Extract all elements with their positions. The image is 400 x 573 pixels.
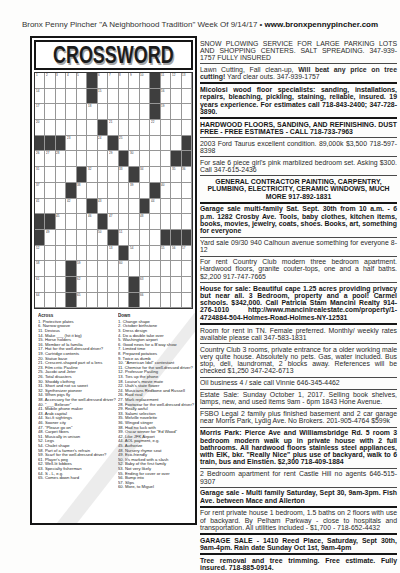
grid-cell[interactable] (129, 120, 139, 136)
grid-cell[interactable] (150, 261, 160, 277)
grid-cell[interactable]: 27 (45, 151, 55, 167)
grid-cell[interactable] (87, 246, 97, 262)
ad-text: Lawn Cutting, Fall clean-up, (200, 66, 298, 73)
grid-cell[interactable] (182, 183, 192, 199)
black-cell (161, 230, 171, 246)
cell-number: 52 (36, 246, 39, 249)
grid-cell[interactable] (66, 214, 76, 230)
crossword-grid: 1234567891011121314151617181920212223242… (34, 72, 193, 309)
classified-ad: For rent private house 1 bedroom, 1.5 ba… (200, 508, 397, 535)
grid-cell[interactable] (150, 151, 160, 167)
grid-cell[interactable] (140, 183, 150, 199)
grid-cell[interactable] (161, 120, 171, 136)
classified-ad: GENERAL CONTRACTOR PAINTING, CARPENTRY, … (200, 176, 397, 203)
grid-cell[interactable] (171, 214, 181, 230)
grid-cell[interactable] (108, 104, 118, 120)
grid-cell[interactable] (150, 293, 160, 309)
ad-text: Tree removal and tree trimming. Free est… (200, 557, 397, 571)
black-cell (56, 136, 66, 152)
header-title: Bronx Penny Pincher "A Neighborhood Trad… (22, 20, 257, 29)
cell-number: 18 (88, 104, 91, 107)
cell-number: 53 (109, 246, 112, 249)
grid-cell[interactable] (108, 293, 118, 309)
grid-cell[interactable] (56, 293, 66, 309)
grid-cell[interactable]: 66 (140, 293, 150, 309)
grid-cell[interactable] (45, 104, 55, 120)
grid-cell[interactable] (140, 246, 150, 262)
grid-cell[interactable] (87, 293, 97, 309)
grid-cell[interactable]: 11 (161, 73, 171, 89)
grid-cell[interactable] (77, 214, 87, 230)
grid-cell[interactable]: 57 (182, 246, 192, 262)
ad-text: Yard clear outs. 347-939-1757 (225, 73, 319, 80)
grid-cell[interactable] (150, 246, 160, 262)
cell-number: 36 (182, 167, 185, 170)
grid-cell[interactable] (98, 261, 108, 277)
grid-cell[interactable]: 58 (35, 261, 45, 277)
grid-cell[interactable]: 45 (56, 214, 66, 230)
classified-ad: Morris Park: Pierce Ave and Williamsbrid… (200, 428, 397, 469)
grid-cell[interactable] (140, 120, 150, 136)
grid-cell[interactable] (129, 214, 139, 230)
cell-number: 50 (98, 230, 101, 233)
cell-number: 51 (119, 230, 122, 233)
black-cell (171, 230, 181, 246)
grid-cell[interactable]: 32 (87, 167, 97, 183)
cell-number: 59 (77, 261, 80, 264)
grid-cell[interactable]: 65 (77, 293, 87, 309)
grid-cell[interactable]: 13 (182, 73, 192, 89)
grid-cell[interactable] (119, 199, 129, 215)
grid-cell[interactable]: 18 (87, 104, 97, 120)
classified-ad: For sale 6 piece girl's pink marblized b… (200, 157, 397, 176)
cell-number: 58 (36, 261, 39, 264)
grid-cell[interactable]: 15 (98, 89, 108, 105)
cell-number: 42 (67, 199, 70, 202)
grid-cell[interactable]: 40 (161, 183, 171, 199)
grid-cell[interactable] (119, 183, 129, 199)
classified-ad: SNOW PLOWING SERVICE FOR LARGE PARKING L… (200, 38, 397, 64)
grid-cell[interactable]: 51 (119, 230, 129, 246)
grid-cell[interactable] (182, 261, 192, 277)
ad-text: Garage sale multi-family Sat. Sept. 30th… (200, 205, 397, 234)
grid-cell[interactable] (161, 136, 171, 152)
grid-cell[interactable]: 17 (35, 104, 45, 120)
grid-cell[interactable] (45, 261, 55, 277)
grid-cell[interactable] (66, 167, 76, 183)
grid-cell[interactable] (129, 230, 139, 246)
classified-ad: Garage sale multi-family Sat. Sept. 30th… (200, 204, 397, 238)
grid-cell[interactable] (66, 104, 76, 120)
cell-number: 1 (36, 73, 38, 76)
grid-cell[interactable]: 61 (35, 277, 45, 293)
cell-number: 20 (36, 120, 39, 123)
grid-cell[interactable] (108, 89, 118, 105)
grid-cell[interactable]: 46 (87, 214, 97, 230)
grid-cell[interactable] (119, 89, 129, 105)
grid-cell[interactable] (45, 293, 55, 309)
grid-cell[interactable] (140, 230, 150, 246)
grid-cell[interactable] (66, 151, 76, 167)
cell-number: 64 (36, 293, 39, 296)
grid-cell[interactable]: 50 (98, 230, 108, 246)
grid-cell[interactable] (98, 151, 108, 167)
cell-number: 62 (77, 277, 80, 280)
black-cell (108, 230, 118, 246)
grid-cell[interactable] (45, 120, 55, 136)
grid-cell[interactable] (45, 199, 55, 215)
cell-number: 15 (98, 89, 101, 92)
grid-cell[interactable] (182, 104, 192, 120)
grid-cell[interactable] (98, 167, 108, 183)
grid-cell[interactable] (150, 277, 160, 293)
ad-text: GENERAL CONTRACTOR PAINTING, CARPENTRY, … (207, 178, 389, 200)
grid-cell[interactable]: 19 (161, 104, 171, 120)
classified-ad: Estate Sale: Sunday October 1, 2017. Sel… (200, 390, 397, 409)
cell-number: 19 (161, 104, 164, 107)
grid-cell[interactable] (98, 277, 108, 293)
cell-number: 17 (36, 104, 39, 107)
black-cell (98, 120, 108, 136)
grid-cell[interactable]: 43 (98, 199, 108, 215)
grid-cell[interactable] (150, 136, 160, 152)
grid-cell[interactable]: 26 (35, 151, 45, 167)
grid-cell[interactable] (108, 199, 118, 215)
grid-cell[interactable] (87, 120, 97, 136)
grid-cell[interactable]: 20 (35, 120, 45, 136)
cell-number: 65 (77, 293, 80, 296)
grid-cell[interactable]: 10 (140, 73, 150, 89)
grid-cell[interactable] (56, 167, 66, 183)
grid-cell[interactable] (182, 293, 192, 309)
classified-ads-column: SNOW PLOWING SERVICE FOR LARGE PARKING L… (200, 38, 397, 573)
grid-cell[interactable] (171, 89, 181, 105)
grid-cell[interactable] (77, 89, 87, 105)
grid-cell[interactable]: 63 (140, 277, 150, 293)
grid-cell[interactable]: 25 (119, 136, 129, 152)
grid-cell[interactable] (140, 104, 150, 120)
grid-cell[interactable] (150, 167, 160, 183)
cell-number: 63 (140, 277, 143, 280)
cell-number: 38 (77, 183, 80, 186)
cell-number: 14 (36, 89, 39, 92)
grid-cell[interactable]: 59 (77, 261, 87, 277)
grid-cell[interactable] (161, 277, 171, 293)
grid-cell[interactable]: 39 (129, 183, 139, 199)
grid-cell[interactable]: 47 (108, 214, 118, 230)
grid-cell[interactable] (171, 199, 181, 215)
classified-ad: Yard sale 09/30 940 Calhoun avenue somet… (200, 238, 397, 257)
across-clue-column: Across 1. Protective plates6. Narrow gro… (38, 313, 117, 480)
grid-cell[interactable] (45, 277, 55, 293)
grid-cell[interactable] (119, 214, 129, 230)
grid-cell[interactable] (171, 277, 181, 293)
grid-cell[interactable]: 5 (77, 73, 87, 89)
black-cell (87, 73, 97, 89)
cell-number: 12 (172, 73, 175, 76)
grid-cell[interactable] (66, 230, 76, 246)
classified-ad: 2 Bedroom apartment for rent Castle Hill… (200, 469, 397, 488)
grid-cell[interactable] (171, 261, 181, 277)
black-cell (140, 199, 150, 215)
black-cell (35, 136, 45, 152)
grid-cell[interactable]: 14 (35, 89, 45, 105)
grid-cell[interactable] (129, 199, 139, 215)
grid-cell[interactable]: 34 (140, 167, 150, 183)
grid-cell[interactable]: 22 (150, 120, 160, 136)
grid-cell[interactable] (45, 183, 55, 199)
grid-cell[interactable] (119, 293, 129, 309)
cell-number: 31 (36, 167, 39, 170)
grid-cell[interactable] (150, 214, 160, 230)
grid-cell[interactable] (98, 183, 108, 199)
grid-cell[interactable]: 37 (35, 183, 45, 199)
grid-cell[interactable]: 44 (150, 199, 160, 215)
grid-cell[interactable] (87, 136, 97, 152)
grid-cell[interactable] (98, 293, 108, 309)
grid-cell[interactable] (77, 246, 87, 262)
cell-number: 45 (56, 214, 59, 217)
grid-cell[interactable] (66, 89, 76, 105)
grid-cell[interactable]: 53 (108, 246, 118, 262)
grid-cell[interactable] (129, 104, 139, 120)
cell-number: 22 (151, 120, 154, 123)
cell-number: 30 (130, 151, 133, 154)
ad-text: Country Club 3 rooms, private entrance f… (200, 346, 397, 375)
grid-cell[interactable]: 28 (56, 151, 66, 167)
grid-cell[interactable]: 29 (108, 151, 118, 167)
grid-cell[interactable]: 6 (98, 73, 108, 89)
grid-cell[interactable]: 62 (77, 277, 87, 293)
grid-cell[interactable] (161, 151, 171, 167)
grid-cell[interactable] (161, 261, 171, 277)
black-cell (108, 136, 118, 152)
grid-cell[interactable] (56, 104, 66, 120)
grid-cell[interactable] (129, 89, 139, 105)
grid-cell[interactable] (66, 246, 76, 262)
ad-text: HARDWOOD FLOORS, SANDING, AND REFINISHIN… (200, 121, 397, 135)
black-cell (66, 183, 76, 199)
grid-cell[interactable] (87, 183, 97, 199)
cell-number: 29 (109, 151, 112, 154)
grid-cell[interactable]: 42 (66, 199, 76, 215)
crossword-logo-text: CROSSWORD (53, 42, 174, 69)
page-header: Bronx Penny Pincher "A Neighborhood Trad… (0, 20, 400, 29)
grid-cell[interactable] (56, 120, 66, 136)
grid-cell[interactable]: 1 (35, 73, 45, 89)
black-cell (150, 183, 160, 199)
grid-cell[interactable] (77, 120, 87, 136)
grid-cell[interactable] (77, 104, 87, 120)
black-cell (45, 136, 55, 152)
grid-cell[interactable] (66, 120, 76, 136)
ad-text: Micolosi wood floor specialists: sanding… (200, 86, 397, 115)
grid-cell[interactable] (171, 136, 181, 152)
grid-cell[interactable]: 8 (119, 73, 129, 89)
grid-cell[interactable] (161, 214, 171, 230)
grid-cell[interactable] (129, 261, 139, 277)
cell-number: 56 (172, 246, 175, 249)
grid-cell[interactable] (45, 246, 55, 262)
grid-cell[interactable]: 54 (129, 246, 139, 262)
grid-cell[interactable]: 21 (108, 120, 118, 136)
cell-number: 27 (46, 151, 49, 154)
ad-text: GARAGE SALE - 1410 Reed Place, Saturday,… (200, 537, 397, 551)
grid-cell[interactable] (150, 230, 160, 246)
grid-cell[interactable] (56, 261, 66, 277)
grid-cell[interactable] (87, 151, 97, 167)
black-cell (150, 73, 160, 89)
cell-number: 25 (119, 136, 122, 139)
grid-cell[interactable] (56, 183, 66, 199)
grid-cell[interactable] (119, 120, 129, 136)
grid-cell[interactable] (77, 136, 87, 152)
cell-number: 28 (56, 151, 59, 154)
grid-cell[interactable]: 30 (129, 151, 139, 167)
grid-cell[interactable]: 52 (35, 246, 45, 262)
black-cell (35, 230, 45, 246)
grid-cell[interactable] (87, 261, 97, 277)
classified-ad: HARDWOOD FLOORS, SANDING, AND REFINISHIN… (200, 119, 397, 138)
grid-cell[interactable]: 49 (45, 230, 55, 246)
newspaper-page: Bronx Penny Pincher "A Neighborhood Trad… (0, 0, 400, 573)
grid-cell[interactable]: 4 (66, 73, 76, 89)
grid-cell[interactable] (77, 151, 87, 167)
ad-text: Oil business 4 / sale call Vinnie 646-34… (200, 379, 340, 386)
cell-number: 39 (130, 183, 133, 186)
cell-number: 54 (130, 246, 133, 249)
grid-cell[interactable] (129, 136, 139, 152)
grid-cell[interactable]: 3 (56, 73, 66, 89)
cell-number: 47 (109, 214, 112, 217)
ad-text: SNOW PLOWING SERVICE FOR LARGE PARKING L… (200, 40, 397, 62)
grid-cell[interactable]: 60 (119, 261, 129, 277)
grid-cell[interactable] (182, 120, 192, 136)
grid-cell[interactable] (56, 89, 66, 105)
grid-cell[interactable] (87, 230, 97, 246)
black-cell (129, 293, 139, 309)
grid-cell[interactable] (161, 199, 171, 215)
grid-cell[interactable]: 48 (140, 214, 150, 230)
grid-cell[interactable] (45, 89, 55, 105)
grid-cell[interactable]: 55 (161, 246, 171, 262)
grid-cell[interactable]: 9 (129, 73, 139, 89)
black-cell (98, 214, 108, 230)
ad-text: Estate Sale: Sunday October 1, 2017. Sel… (200, 391, 397, 405)
grid-cell[interactable] (108, 277, 118, 293)
grid-cell[interactable] (182, 214, 192, 230)
ad-text: FSBO Legal 2 family plus finished baseme… (200, 410, 397, 424)
cell-number: 57 (182, 246, 185, 249)
grid-cell[interactable] (182, 89, 192, 105)
grid-cell[interactable] (108, 261, 118, 277)
cell-number: 41 (36, 199, 39, 202)
grid-cell[interactable] (77, 230, 87, 246)
classified-ad: Garage sale - Multi family Saturday, Sep… (200, 488, 397, 508)
ad-text: 2 Bedroom apartment for rent Castle Hill… (200, 470, 397, 484)
grid-cell[interactable] (140, 136, 150, 152)
grid-cell[interactable] (56, 246, 66, 262)
grid-cell[interactable] (171, 293, 181, 309)
ad-text: Room for rent in TN. Female preferred. M… (200, 327, 397, 341)
grid-cell[interactable] (77, 199, 87, 215)
black-cell (182, 136, 192, 152)
grid-cell[interactable]: 16 (161, 89, 171, 105)
classified-ad: House for sale: Beautiful cape 1.25 acre… (200, 283, 397, 325)
grid-cell[interactable] (56, 199, 66, 215)
black-cell (150, 89, 160, 105)
grid-cell[interactable] (171, 104, 181, 120)
grid-cell[interactable] (98, 104, 108, 120)
cell-number: 13 (182, 73, 185, 76)
grid-cell[interactable] (161, 293, 171, 309)
grid-cell[interactable]: 23 (66, 136, 76, 152)
grid-cell[interactable]: 64 (35, 293, 45, 309)
grid-cell[interactable] (87, 277, 97, 293)
grid-cell[interactable]: 41 (35, 199, 45, 215)
cell-number: 16 (161, 89, 164, 92)
grid-cell[interactable]: 2 (45, 73, 55, 89)
ad-text: Yard sale 09/30 940 Calhoun avenue somet… (200, 239, 397, 253)
grid-cell[interactable] (171, 183, 181, 199)
grid-cell[interactable] (56, 277, 66, 293)
classified-ad: Tree removal and tree trimming. Free est… (200, 555, 397, 573)
ad-text: Garage sale - Multi family Saturday, Sep… (200, 489, 397, 503)
grid-cell[interactable]: 35 (171, 167, 181, 183)
black-cell (182, 230, 192, 246)
grid-cell[interactable]: 33 (119, 167, 129, 183)
grid-cell[interactable] (140, 89, 150, 105)
cell-number: 23 (67, 136, 70, 139)
cell-number: 35 (172, 167, 175, 170)
grid-cell[interactable]: 12 (171, 73, 181, 89)
grid-cell[interactable] (56, 230, 66, 246)
grid-cell[interactable] (119, 277, 129, 293)
black-cell (66, 277, 76, 293)
grid-cell[interactable] (171, 120, 181, 136)
ad-text: For sale 6 piece girl's pink marblized b… (200, 159, 397, 173)
grid-cell[interactable]: 7 (108, 73, 118, 89)
ad-text: For rent private house 1 bedroom, 1.5 ba… (200, 509, 397, 531)
grid-cell[interactable] (140, 261, 150, 277)
header-site-url: www.bronxpennypincher.com (265, 20, 379, 29)
cell-number: 11 (161, 73, 164, 76)
header-separator: • (260, 20, 263, 29)
cell-number: 24 (98, 136, 101, 139)
grid-cell[interactable] (161, 167, 171, 183)
grid-cell[interactable] (182, 199, 192, 215)
grid-cell[interactable] (119, 104, 129, 120)
grid-cell[interactable]: 38 (77, 183, 87, 199)
cell-number: 43 (98, 199, 101, 202)
cell-number: 21 (109, 120, 112, 123)
grid-cell[interactable] (45, 167, 55, 183)
grid-cell[interactable]: 36 (182, 167, 192, 183)
cell-number: 7 (109, 73, 111, 76)
black-cell (150, 104, 160, 120)
grid-cell[interactable]: 56 (171, 246, 181, 262)
grid-cell[interactable]: 31 (35, 167, 45, 183)
cell-number: 2 (46, 73, 48, 76)
grid-cell[interactable] (182, 277, 192, 293)
grid-cell[interactable] (108, 183, 118, 199)
grid-cell[interactable] (108, 167, 118, 183)
cell-number: 49 (46, 230, 49, 233)
grid-cell[interactable] (98, 246, 108, 262)
grid-cell[interactable]: 24 (98, 136, 108, 152)
grid-cell[interactable] (140, 151, 150, 167)
black-cell (182, 151, 192, 167)
